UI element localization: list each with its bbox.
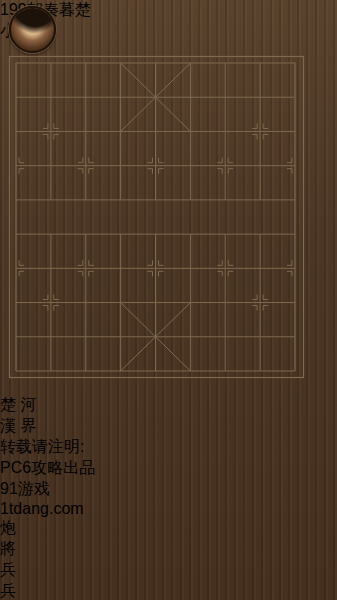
- piece-char: 兵: [0, 582, 16, 599]
- watermark-center-number: 91: [0, 480, 18, 497]
- watermark-center-text: 游戏: [18, 480, 50, 497]
- river-label-left: 楚 河: [0, 395, 337, 416]
- piece-black-炮[interactable]: 炮: [0, 518, 337, 539]
- river-label-right: 漢 界: [0, 416, 337, 437]
- board-grid: [0, 42, 313, 391]
- piece-char: 將: [0, 540, 16, 557]
- watermark-note-line1: 转载请注明:: [0, 437, 337, 458]
- piece-red-兵[interactable]: 兵: [0, 581, 337, 600]
- piece-char: 炮: [0, 519, 16, 536]
- watermark-note-line2: PC6攻略出品: [0, 458, 337, 479]
- watermark-note: 转载请注明: PC6攻略出品: [0, 437, 337, 479]
- piece-char: 兵: [0, 561, 16, 578]
- player-avatar: [9, 6, 56, 53]
- piece-black-將[interactable]: 將: [0, 539, 337, 560]
- piece-grid: 炮將兵兵兵卒車卒炮帥: [0, 518, 337, 600]
- watermark-center-logo: 91游戏 1tdang.com: [0, 479, 337, 518]
- watermark-center-url: 1tdang.com: [0, 500, 337, 518]
- xiangqi-board: 楚 河 漢 界 转载请注明: PC6攻略出品 91游戏 1tdang.com: [0, 42, 337, 518]
- app-screen: 199朝秦暮楚 小兵 楚 河 漢 界 转载请注明: PC6攻略出品 91游戏 1…: [0, 0, 337, 600]
- piece-red-兵[interactable]: 兵: [0, 560, 337, 581]
